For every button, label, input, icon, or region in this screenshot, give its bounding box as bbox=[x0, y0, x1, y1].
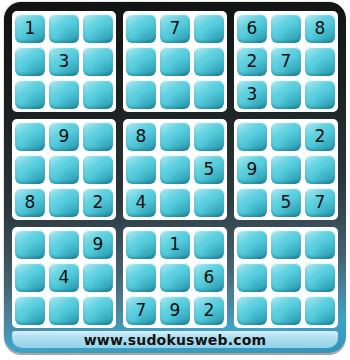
cell-r3c6[interactable] bbox=[194, 80, 224, 109]
box-5: 854 bbox=[123, 119, 227, 220]
cell-r5c3[interactable] bbox=[83, 155, 113, 184]
box-8: 16792 bbox=[123, 227, 227, 328]
cell-r4c1[interactable] bbox=[15, 122, 45, 151]
cell-r9c8[interactable] bbox=[271, 296, 301, 325]
cell-r1c5[interactable]: 7 bbox=[160, 14, 190, 43]
box-4: 982 bbox=[12, 119, 116, 220]
cell-r6c1[interactable]: 8 bbox=[15, 188, 45, 217]
cell-r3c2[interactable] bbox=[49, 80, 79, 109]
cell-r1c1[interactable]: 1 bbox=[15, 14, 45, 43]
cell-r2c1[interactable] bbox=[15, 47, 45, 76]
cell-r8c5[interactable] bbox=[160, 263, 190, 292]
cell-r7c9[interactable] bbox=[305, 230, 335, 259]
cell-r5c6[interactable]: 5 bbox=[194, 155, 224, 184]
cell-r6c2[interactable] bbox=[49, 188, 79, 217]
cell-r4c4[interactable]: 8 bbox=[126, 122, 156, 151]
cell-r3c7[interactable]: 3 bbox=[237, 80, 267, 109]
box-1: 13 bbox=[12, 11, 116, 112]
cell-r6c7[interactable] bbox=[237, 188, 267, 217]
cell-r2c3[interactable] bbox=[83, 47, 113, 76]
sudoku-frame: 1376827398285429579416792 www.sudokusweb… bbox=[4, 2, 346, 353]
cell-r7c4[interactable] bbox=[126, 230, 156, 259]
cell-r9c5[interactable]: 9 bbox=[160, 296, 190, 325]
cell-r4c7[interactable] bbox=[237, 122, 267, 151]
cell-r7c2[interactable] bbox=[49, 230, 79, 259]
cell-r2c4[interactable] bbox=[126, 47, 156, 76]
cell-r7c8[interactable] bbox=[271, 230, 301, 259]
cell-r5c7[interactable]: 9 bbox=[237, 155, 267, 184]
cell-r7c5[interactable]: 1 bbox=[160, 230, 190, 259]
box-3: 68273 bbox=[234, 11, 338, 112]
box-2: 7 bbox=[123, 11, 227, 112]
cell-r4c5[interactable] bbox=[160, 122, 190, 151]
cell-r1c6[interactable] bbox=[194, 14, 224, 43]
cell-r7c1[interactable] bbox=[15, 230, 45, 259]
cell-r9c1[interactable] bbox=[15, 296, 45, 325]
cell-r1c2[interactable] bbox=[49, 14, 79, 43]
cell-r9c4[interactable]: 7 bbox=[126, 296, 156, 325]
cell-r8c8[interactable] bbox=[271, 263, 301, 292]
cell-r4c9[interactable]: 2 bbox=[305, 122, 335, 151]
cell-r8c3[interactable] bbox=[83, 263, 113, 292]
cell-r6c3[interactable]: 2 bbox=[83, 188, 113, 217]
cell-r4c3[interactable] bbox=[83, 122, 113, 151]
cell-r2c2[interactable]: 3 bbox=[49, 47, 79, 76]
cell-r5c8[interactable] bbox=[271, 155, 301, 184]
cell-r5c1[interactable] bbox=[15, 155, 45, 184]
cell-r3c5[interactable] bbox=[160, 80, 190, 109]
cell-r9c3[interactable] bbox=[83, 296, 113, 325]
cell-r4c2[interactable]: 9 bbox=[49, 122, 79, 151]
cell-r9c9[interactable] bbox=[305, 296, 335, 325]
cell-r1c8[interactable] bbox=[271, 14, 301, 43]
cell-r5c4[interactable] bbox=[126, 155, 156, 184]
cell-r2c6[interactable] bbox=[194, 47, 224, 76]
box-9 bbox=[234, 227, 338, 328]
cell-r3c1[interactable] bbox=[15, 80, 45, 109]
cell-r7c7[interactable] bbox=[237, 230, 267, 259]
sudoku-board: 1376827398285429579416792 bbox=[12, 11, 338, 328]
cell-r9c2[interactable] bbox=[49, 296, 79, 325]
cell-r6c9[interactable]: 7 bbox=[305, 188, 335, 217]
cell-r5c5[interactable] bbox=[160, 155, 190, 184]
cell-r6c8[interactable]: 5 bbox=[271, 188, 301, 217]
cell-r7c3[interactable]: 9 bbox=[83, 230, 113, 259]
footer-bar: www.sudokusweb.com bbox=[12, 331, 338, 348]
cell-r3c4[interactable] bbox=[126, 80, 156, 109]
cell-r6c6[interactable] bbox=[194, 188, 224, 217]
cell-r5c2[interactable] bbox=[49, 155, 79, 184]
cell-r3c3[interactable] bbox=[83, 80, 113, 109]
cell-r1c3[interactable] bbox=[83, 14, 113, 43]
cell-r2c5[interactable] bbox=[160, 47, 190, 76]
cell-r9c6[interactable]: 2 bbox=[194, 296, 224, 325]
cell-r3c8[interactable] bbox=[271, 80, 301, 109]
cell-r6c5[interactable] bbox=[160, 188, 190, 217]
cell-r8c6[interactable]: 6 bbox=[194, 263, 224, 292]
cell-r1c4[interactable] bbox=[126, 14, 156, 43]
cell-r1c9[interactable]: 8 bbox=[305, 14, 335, 43]
cell-r8c7[interactable] bbox=[237, 263, 267, 292]
cell-r4c8[interactable] bbox=[271, 122, 301, 151]
cell-r9c7[interactable] bbox=[237, 296, 267, 325]
box-7: 94 bbox=[12, 227, 116, 328]
box-6: 2957 bbox=[234, 119, 338, 220]
cell-r8c2[interactable]: 4 bbox=[49, 263, 79, 292]
site-url: www.sudokusweb.com bbox=[84, 332, 267, 348]
cell-r2c8[interactable]: 7 bbox=[271, 47, 301, 76]
cell-r2c9[interactable] bbox=[305, 47, 335, 76]
cell-r8c1[interactable] bbox=[15, 263, 45, 292]
cell-r3c9[interactable] bbox=[305, 80, 335, 109]
cell-r7c6[interactable] bbox=[194, 230, 224, 259]
cell-r5c9[interactable] bbox=[305, 155, 335, 184]
cell-r1c7[interactable]: 6 bbox=[237, 14, 267, 43]
cell-r8c4[interactable] bbox=[126, 263, 156, 292]
cell-r6c4[interactable]: 4 bbox=[126, 188, 156, 217]
cell-r2c7[interactable]: 2 bbox=[237, 47, 267, 76]
cell-r8c9[interactable] bbox=[305, 263, 335, 292]
cell-r4c6[interactable] bbox=[194, 122, 224, 151]
